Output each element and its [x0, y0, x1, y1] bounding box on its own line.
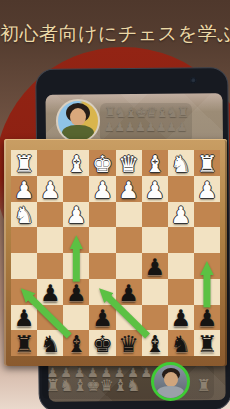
- tray-king-icon: ♚: [135, 105, 145, 119]
- tray-pawn-icon: ♟: [156, 121, 166, 133]
- hint-arrow-f8-h6: [29, 297, 69, 337]
- tray-rook-icon: ♜: [197, 378, 210, 394]
- tray-pawn-icon: ♟: [146, 121, 156, 133]
- ad-screenshot: 初心者向けにチェスを学ぶ ♜♞♝♚♛♝♞♜ ♟♟♟♟♟♟♟♟ ♟♟♟♟♟♟♟♟ …: [0, 0, 230, 409]
- tray-rook-icon: ♜: [46, 378, 59, 394]
- tray-queen-icon: ♛: [100, 378, 113, 394]
- tray-pawn-icon: ♟: [114, 121, 124, 133]
- opponent-tray-major-pieces: ♜♞♝♚♛♝♞♜: [104, 105, 187, 119]
- avatar-torso: [157, 386, 184, 400]
- phone-camera-dot: [190, 77, 196, 83]
- tray-bishop-icon: ♝: [73, 378, 86, 394]
- tray-pawn-icon: ♟: [125, 121, 135, 133]
- headline-text: 初心者向けにチェスを学ぶ: [0, 21, 230, 47]
- tray-knight-icon: ♞: [126, 378, 139, 394]
- tray-bishop-icon: ♝: [156, 105, 166, 119]
- tray-bishop-icon: ♝: [113, 378, 126, 394]
- tray-queen-icon: ♛: [146, 105, 156, 119]
- avatar-face: [164, 372, 178, 387]
- tray-knight-icon: ♞: [166, 105, 176, 119]
- tray-pawn-icon: ♟: [135, 121, 145, 133]
- tray-pawn-icon: ♟: [166, 121, 176, 133]
- tray-pawn-icon: ♟: [104, 121, 114, 133]
- hint-arrow-c8-e6: [107, 297, 147, 337]
- move-hint-arrows: [11, 150, 220, 356]
- tray-pawn-icon: ♟: [177, 121, 187, 133]
- tray-king-icon: ♚: [86, 378, 99, 394]
- board-wooden-frame: ♜♝♚♛♝♞♜♟♟♟♟♟♟♞♟♟♟♟♟♟♟♟♟♟♜♞♝♚♛♝♞♜: [4, 139, 227, 366]
- tray-rook-icon: ♜: [177, 105, 187, 119]
- player-avatar[interactable]: [151, 362, 190, 401]
- tray-knight-icon: ♞: [59, 378, 72, 394]
- tray-bishop-icon: ♝: [125, 105, 135, 119]
- avatar-face: [70, 108, 86, 126]
- tray-knight-icon: ♞: [114, 105, 124, 119]
- tray-rook-icon: ♜: [104, 105, 114, 119]
- opponent-tray-pawns: ♟♟♟♟♟♟♟♟: [104, 121, 187, 133]
- opponent-avatar[interactable]: [56, 99, 100, 143]
